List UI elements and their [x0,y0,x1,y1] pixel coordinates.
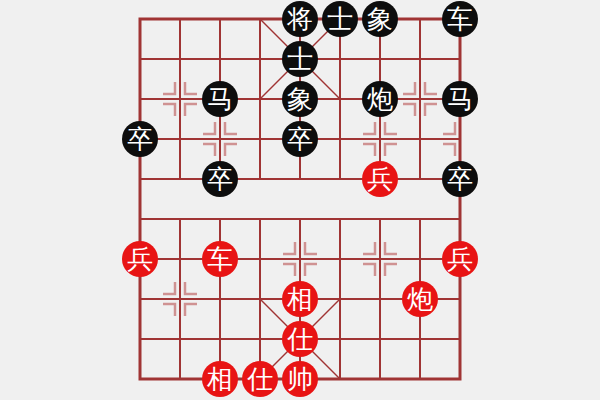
piece-red-soldier[interactable]: 兵 [442,241,478,277]
piece-black-horse[interactable]: 马 [442,81,478,117]
piece-red-general[interactable]: 帅 [282,361,318,397]
xiangqi-board-screen: 将士象车士马象炮马卒卒卒兵卒兵车兵相炮仕相仕帅 [0,0,600,400]
piece-black-soldier[interactable]: 卒 [442,161,478,197]
piece-red-cannon[interactable]: 炮 [402,281,438,317]
piece-red-elephant[interactable]: 相 [282,281,318,317]
piece-black-elephant[interactable]: 象 [282,81,318,117]
piece-black-chariot[interactable]: 车 [442,1,478,37]
piece-black-elephant[interactable]: 象 [362,1,398,37]
piece-black-soldier[interactable]: 卒 [122,121,158,157]
piece-black-cannon[interactable]: 炮 [362,81,398,117]
piece-red-advisor[interactable]: 仕 [242,361,278,397]
piece-black-general[interactable]: 将 [282,1,318,37]
piece-black-advisor[interactable]: 士 [282,41,318,77]
piece-black-horse[interactable]: 马 [202,81,238,117]
piece-black-soldier[interactable]: 卒 [202,161,238,197]
piece-red-elephant[interactable]: 相 [202,361,238,397]
piece-red-soldier[interactable]: 兵 [362,161,398,197]
piece-red-chariot[interactable]: 车 [202,241,238,277]
piece-red-advisor[interactable]: 仕 [282,321,318,357]
piece-black-soldier[interactable]: 卒 [282,121,318,157]
piece-red-soldier[interactable]: 兵 [122,241,158,277]
piece-black-advisor[interactable]: 士 [322,1,358,37]
